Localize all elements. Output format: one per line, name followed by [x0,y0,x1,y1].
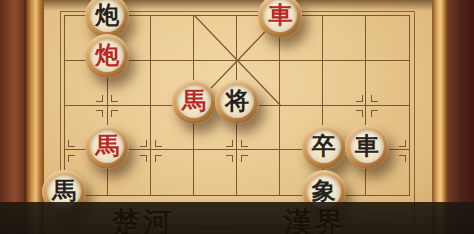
piece-face: 炮 [90,0,124,32]
star-point-mark [155,155,162,162]
piece-glyph: 車 [268,3,292,27]
piece-glyph: 炮 [95,43,119,67]
star-point-mark [68,155,75,162]
star-point-mark [241,140,248,147]
star-point-mark [111,95,118,102]
board-cell [323,16,366,61]
board-cell [280,61,323,106]
board-cell [151,16,194,61]
star-point-mark [68,140,75,147]
river-shadow-band: 楚河 漢界 [0,202,474,234]
piece-black-soldier[interactable]: 卒 [302,125,346,169]
piece-glyph: 馬 [95,134,119,158]
piece-face: 馬 [90,129,124,163]
star-point-mark [356,110,363,117]
piece-glyph: 象 [312,179,336,203]
star-point-mark [226,140,233,147]
board-frame-right [432,0,448,234]
star-point-mark [356,95,363,102]
star-point-mark [399,140,406,147]
board-cell [366,16,409,61]
piece-black-general[interactable]: 将 [215,80,259,124]
star-point-mark [241,155,248,162]
piece-glyph: 炮 [95,3,119,27]
star-point-mark [111,110,118,117]
board-cell [194,16,237,61]
piece-face: 車 [350,129,384,163]
star-point-mark [226,155,233,162]
piece-face: 将 [220,84,254,118]
piece-red-horse-a[interactable]: 馬 [172,80,216,124]
star-point-mark [155,140,162,147]
star-point-mark [140,155,147,162]
star-point-mark [96,110,103,117]
star-point-mark [140,140,147,147]
piece-red-cannon[interactable]: 炮 [85,34,129,78]
star-point-mark [399,155,406,162]
table-wood-right [448,0,474,234]
piece-face: 馬 [177,84,211,118]
star-point-mark [96,95,103,102]
piece-glyph: 馬 [52,179,76,203]
piece-black-chariot[interactable]: 車 [345,125,389,169]
piece-face: 炮 [90,38,124,72]
table-wood-left [0,0,26,234]
piece-red-horse-b[interactable]: 馬 [85,125,129,169]
star-point-mark [371,95,378,102]
piece-glyph: 馬 [182,89,206,113]
board-frame-left [26,0,44,234]
river-label-chu-he: 楚河 [112,204,174,234]
piece-glyph: 車 [355,134,379,158]
xiangqi-game-screen: 炮車炮馬将馬卒車馬象 楚河 漢界 [0,0,474,234]
river-label-han-jie: 漢界 [284,204,346,234]
piece-face: 車 [263,0,297,32]
piece-glyph: 卒 [312,134,336,158]
star-point-mark [371,110,378,117]
piece-glyph: 将 [225,89,249,113]
piece-face: 卒 [307,129,341,163]
